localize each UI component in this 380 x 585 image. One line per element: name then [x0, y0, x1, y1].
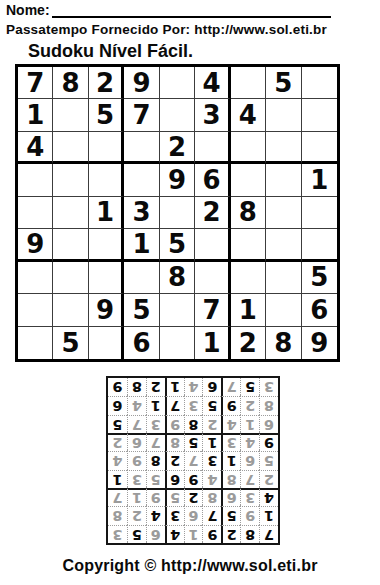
puzzle-cell-r8c4: 5: [124, 294, 159, 326]
puzzle-cell-r4c3: [89, 164, 124, 196]
solution-cell-r7c7: 3: [146, 415, 165, 433]
puzzle-cell-r7c3: [89, 262, 124, 294]
puzzle-cell-r1c4: 9: [124, 67, 159, 99]
solution-cell-r1c5: 1: [184, 525, 203, 543]
puzzle-cell-r5c3: 1: [89, 197, 124, 229]
solution-cell-r2c7: 4: [146, 506, 165, 524]
solution-cell-r4c4: 4: [202, 470, 221, 488]
puzzle-cell-r1c1: 7: [18, 67, 53, 99]
puzzle-cell-r1c6: 4: [195, 67, 230, 99]
solution-cell-r6c4: 1: [202, 433, 221, 451]
puzzle-cell-r7c5: 8: [160, 262, 195, 294]
puzzle-cell-r5c5: [160, 197, 195, 229]
solution-cell-r7c6: 9: [165, 415, 184, 433]
solution-cell-r1c1: 7: [259, 525, 278, 543]
puzzle-cell-r2c7: 4: [231, 99, 266, 131]
puzzle-cell-r4c5: 9: [160, 164, 195, 196]
solution-cell-r3c6: 5: [165, 488, 184, 506]
solution-cell-r7c4: 2: [202, 415, 221, 433]
solution-cell-r5c4: 3: [202, 451, 221, 469]
solution-cell-r3c8: 1: [127, 488, 146, 506]
puzzle-cell-r8c1: [18, 294, 53, 326]
puzzle-cell-r2c6: 3: [195, 99, 230, 131]
solution-cell-r8c2: 2: [240, 396, 259, 414]
solution-cell-r9c9: 9: [108, 378, 127, 396]
puzzle-cell-r6c7: [231, 229, 266, 261]
puzzle-cell-r4c1: [18, 164, 53, 196]
solution-cell-r2c6: 3: [165, 506, 184, 524]
puzzle-cell-r1c8: 5: [266, 67, 301, 99]
puzzle-cell-r6c3: [89, 229, 124, 261]
puzzle-cell-r5c7: 8: [231, 197, 266, 229]
puzzle-cell-r4c6: 6: [195, 164, 230, 196]
solution-grid-rotated: 7829146531957634284368259172784965315613…: [106, 376, 280, 545]
solution-cell-r9c2: 5: [240, 378, 259, 396]
solution-cell-r9c5: 4: [184, 378, 203, 396]
puzzle-cell-r9c2: 5: [53, 327, 88, 359]
puzzle-cell-r2c4: 7: [124, 99, 159, 131]
solution-cell-r8c3: 9: [221, 396, 240, 414]
solution-cell-r5c9: 4: [108, 451, 127, 469]
solution-cell-r4c8: 3: [127, 470, 146, 488]
solution-cell-r4c9: 1: [108, 470, 127, 488]
solution-cell-r8c6: 7: [165, 396, 184, 414]
puzzle-cell-r4c9: 1: [302, 164, 337, 196]
solution-cell-r1c3: 2: [221, 525, 240, 543]
name-label: Nome:: [6, 3, 50, 18]
solution-cell-r8c7: 1: [146, 396, 165, 414]
puzzle-cell-r9c3: [89, 327, 124, 359]
solution-cell-r6c2: 4: [240, 433, 259, 451]
solution-cell-r3c7: 9: [146, 488, 165, 506]
puzzle-cell-r2c8: [266, 99, 301, 131]
puzzle-cell-r6c9: [302, 229, 337, 261]
solution-cell-r9c1: 3: [259, 378, 278, 396]
sudoku-worksheet: Nome: Passatempo Fornecido Por: http://w…: [0, 0, 380, 585]
puzzle-cell-r3c7: [231, 132, 266, 164]
solution-cell-r3c3: 6: [221, 488, 240, 506]
puzzle-cell-r4c7: [231, 164, 266, 196]
solution-cell-r9c7: 2: [146, 378, 165, 396]
provider-line: Passatempo Fornecido Por: http://www.sol…: [6, 22, 327, 37]
name-row: Nome:: [6, 3, 331, 18]
solution-cell-r2c8: 2: [127, 506, 146, 524]
solution-cell-r4c1: 2: [259, 470, 278, 488]
solution-cell-r6c7: 7: [146, 433, 165, 451]
solution-cell-r5c7: 8: [146, 451, 165, 469]
puzzle-cell-r7c6: [195, 262, 230, 294]
copyright-line: Copyright © http://www.sol.eti.br: [0, 557, 380, 575]
puzzle-cell-r5c9: [302, 197, 337, 229]
solution-cell-r7c3: 4: [221, 415, 240, 433]
solution-cell-r6c9: 2: [108, 433, 127, 451]
puzzle-cell-r4c4: [124, 164, 159, 196]
puzzle-cell-r9c4: 6: [124, 327, 159, 359]
solution-cell-r5c2: 6: [240, 451, 259, 469]
solution-cell-r8c1: 8: [259, 396, 278, 414]
solution-cell-r7c2: 1: [240, 415, 259, 433]
solution-cell-r9c8: 8: [127, 378, 146, 396]
solution-cell-r9c6: 1: [165, 378, 184, 396]
puzzle-cell-r2c9: [302, 99, 337, 131]
solution-cell-r1c8: 5: [127, 525, 146, 543]
puzzle-cell-r2c2: [53, 99, 88, 131]
solution-cell-r8c4: 5: [202, 396, 221, 414]
puzzle-cell-r6c8: [266, 229, 301, 261]
solution-cell-r4c6: 6: [165, 470, 184, 488]
solution-cell-r3c4: 8: [202, 488, 221, 506]
puzzle-cell-r7c2: [53, 262, 88, 294]
puzzle-cell-r8c6: 7: [195, 294, 230, 326]
solution-cell-r6c3: 3: [221, 433, 240, 451]
puzzle-cell-r7c4: [124, 262, 159, 294]
solution-cell-r6c8: 6: [127, 433, 146, 451]
puzzle-cell-r9c5: [160, 327, 195, 359]
puzzle-cell-r8c2: [53, 294, 88, 326]
puzzle-cell-r9c1: [18, 327, 53, 359]
puzzle-cell-r2c5: [160, 99, 195, 131]
solution-cell-r6c5: 5: [184, 433, 203, 451]
solution-cell-r2c2: 9: [240, 506, 259, 524]
puzzle-cell-r5c6: 2: [195, 197, 230, 229]
puzzle-cell-r6c1: 9: [18, 229, 53, 261]
solution-cell-r1c6: 4: [165, 525, 184, 543]
puzzle-cell-r3c6: [195, 132, 230, 164]
puzzle-cell-r4c2: [53, 164, 88, 196]
solution-cell-r2c1: 1: [259, 506, 278, 524]
solution-cell-r2c5: 6: [184, 506, 203, 524]
puzzle-cell-r9c8: 8: [266, 327, 301, 359]
solution-cell-r3c2: 3: [240, 488, 259, 506]
puzzle-cell-r9c6: 1: [195, 327, 230, 359]
puzzle-cell-r2c1: 1: [18, 99, 53, 131]
solution-cell-r6c1: 9: [259, 433, 278, 451]
puzzle-cell-r6c4: 1: [124, 229, 159, 261]
puzzle-cell-r9c7: 2: [231, 327, 266, 359]
puzzle-cell-r3c2: [53, 132, 88, 164]
solution-cell-r3c1: 4: [259, 488, 278, 506]
puzzle-cell-r7c8: [266, 262, 301, 294]
solution-cell-r7c5: 8: [184, 415, 203, 433]
puzzle-cell-r6c6: [195, 229, 230, 261]
puzzle-cell-r6c5: 5: [160, 229, 195, 261]
page-title: Sudoku Nível Fácil.: [28, 41, 193, 62]
puzzle-cell-r8c9: 6: [302, 294, 337, 326]
puzzle-cell-r5c8: [266, 197, 301, 229]
puzzle-cell-r7c9: 5: [302, 262, 337, 294]
solution-cell-r8c5: 3: [184, 396, 203, 414]
puzzle-cell-r1c9: [302, 67, 337, 99]
solution-cell-r1c2: 8: [240, 525, 259, 543]
solution-cell-r7c8: 7: [127, 415, 146, 433]
solution-cell-r1c9: 3: [108, 525, 127, 543]
solution-cell-r9c4: 6: [202, 378, 221, 396]
puzzle-cell-r3c3: [89, 132, 124, 164]
solution-cell-r4c7: 5: [146, 470, 165, 488]
puzzle-cell-r3c5: 2: [160, 132, 195, 164]
puzzle-cell-r5c1: [18, 197, 53, 229]
puzzle-cell-r9c9: 9: [302, 327, 337, 359]
solution-cell-r2c3: 5: [221, 506, 240, 524]
solution-cell-r2c9: 8: [108, 506, 127, 524]
puzzle-cell-r2c3: 5: [89, 99, 124, 131]
puzzle-cell-r3c1: 4: [18, 132, 53, 164]
puzzle-cell-r4c8: [266, 164, 301, 196]
puzzle-cell-r7c7: [231, 262, 266, 294]
puzzle-cell-r3c4: [124, 132, 159, 164]
puzzle-cell-r1c7: [231, 67, 266, 99]
solution-cell-r1c7: 6: [146, 525, 165, 543]
solution-cell-r7c1: 6: [259, 415, 278, 433]
solution-cell-r6c6: 8: [165, 433, 184, 451]
puzzle-cell-r1c2: 8: [53, 67, 88, 99]
puzzle-cell-r8c7: 1: [231, 294, 266, 326]
puzzle-cell-r3c9: [302, 132, 337, 164]
solution-cell-r5c5: 7: [184, 451, 203, 469]
puzzle-cell-r6c2: [53, 229, 88, 261]
name-write-line: [52, 3, 331, 18]
puzzle-cell-r8c8: [266, 294, 301, 326]
puzzle-cell-r7c1: [18, 262, 53, 294]
solution-cell-r5c6: 2: [165, 451, 184, 469]
puzzle-cell-r1c5: [160, 67, 195, 99]
solution-cell-r4c2: 7: [240, 470, 259, 488]
puzzle-grid: 782945157344296113289158595716561289: [15, 64, 340, 362]
solution-cell-r5c8: 9: [127, 451, 146, 469]
solution-cell-r5c3: 1: [221, 451, 240, 469]
solution-cell-r5c1: 5: [259, 451, 278, 469]
solution-cell-r2c4: 7: [202, 506, 221, 524]
puzzle-cell-r8c3: 9: [89, 294, 124, 326]
solution-cell-r3c9: 7: [108, 488, 127, 506]
puzzle-cell-r1c3: 2: [89, 67, 124, 99]
solution-cell-r7c9: 5: [108, 415, 127, 433]
solution-cell-r4c5: 9: [184, 470, 203, 488]
puzzle-cell-r8c5: [160, 294, 195, 326]
solution-cell-r8c9: 6: [108, 396, 127, 414]
solution-cell-r4c3: 8: [221, 470, 240, 488]
puzzle-cell-r5c4: 3: [124, 197, 159, 229]
solution-cell-r8c8: 4: [127, 396, 146, 414]
puzzle-cell-r5c2: [53, 197, 88, 229]
solution-cell-r9c3: 7: [221, 378, 240, 396]
puzzle-cell-r3c8: [266, 132, 301, 164]
solution-cell-r3c5: 2: [184, 488, 203, 506]
solution-cell-r1c4: 9: [202, 525, 221, 543]
